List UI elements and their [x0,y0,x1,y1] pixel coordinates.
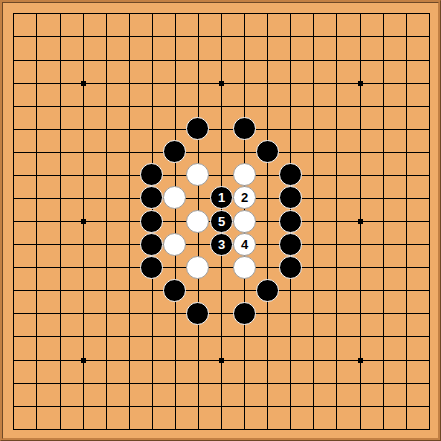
stone-black [233,117,256,140]
move-1-stone-black: 1 [210,186,233,209]
grid-line-horizontal [13,267,430,268]
stone-black [140,163,163,186]
grid-line-vertical [406,13,407,430]
stone-white [233,163,256,186]
grid-line-vertical [383,13,384,430]
move-5-stone-black: 5 [210,210,233,233]
grid-line-horizontal [13,336,430,337]
stone-black [279,163,302,186]
stone-black [163,279,186,302]
star-point [219,81,224,86]
grid-line-horizontal [13,406,430,407]
move-3-stone-black: 3 [210,233,233,256]
stone-white [186,256,209,279]
stone-white [163,186,186,209]
stone-black [279,233,302,256]
star-point [219,358,224,363]
go-board-diagram: 12534 [0,0,441,441]
star-point [81,358,86,363]
stone-black [279,210,302,233]
stone-black [140,256,163,279]
stone-black [279,186,302,209]
grid-line-vertical [429,13,430,430]
star-point [358,81,363,86]
stone-white [233,210,256,233]
star-point [358,358,363,363]
stone-black [256,279,279,302]
stone-white [186,163,209,186]
grid-line-horizontal [13,313,430,314]
stone-white [186,210,209,233]
move-4-stone-white: 4 [233,233,256,256]
stone-black [233,302,256,325]
grid-line-horizontal [13,383,430,384]
stone-black [256,140,279,163]
grid-line-horizontal [13,429,430,430]
stone-black [186,117,209,140]
star-point [358,219,363,224]
grid-line-vertical [336,13,337,430]
grid-line-vertical [313,13,314,430]
stone-black [186,302,209,325]
stone-black [279,256,302,279]
grid-line-vertical [267,13,268,430]
star-point [81,81,86,86]
stone-black [140,210,163,233]
stone-white [233,256,256,279]
stone-black [140,186,163,209]
grid-line-horizontal [13,290,430,291]
star-point [81,219,86,224]
stone-black [140,233,163,256]
stone-black [163,140,186,163]
move-2-stone-white: 2 [233,186,256,209]
stone-white [163,233,186,256]
